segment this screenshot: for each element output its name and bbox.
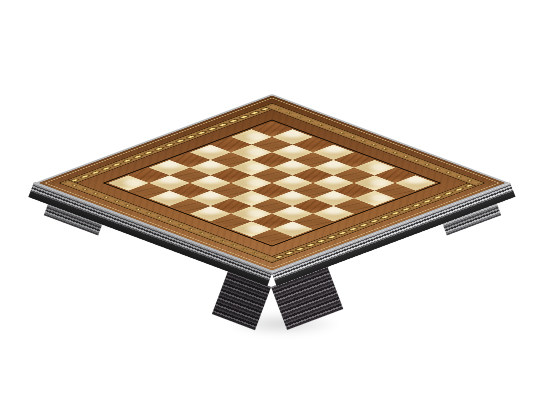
chess-board xyxy=(34,94,509,272)
product-photo-scene xyxy=(0,0,533,412)
